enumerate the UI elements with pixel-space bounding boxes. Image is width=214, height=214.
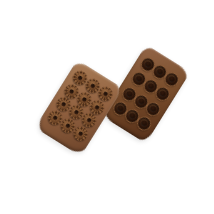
product-photo-chocolate-mould (0, 0, 214, 214)
crown-centre-hole (86, 118, 92, 124)
crown-top-surface (78, 93, 90, 105)
crown-top-surface (82, 114, 94, 126)
crown-top-surface (70, 106, 82, 118)
cavity-pit (137, 97, 145, 105)
cavity-pit (149, 105, 157, 113)
crown-centre-hole (77, 131, 83, 137)
crown-centre-hole (53, 115, 59, 121)
crown-top-surface (87, 80, 99, 92)
crown-grid (35, 60, 123, 156)
cavity-pit (156, 68, 164, 76)
crown-top-surface (49, 112, 61, 124)
cavity-pit (116, 105, 124, 113)
mould-top-side-tray (35, 60, 123, 156)
crown-centre-hole (90, 83, 96, 89)
cavity-pit (158, 90, 166, 98)
crown-centre-hole (73, 110, 79, 116)
crown-centre-hole (103, 91, 109, 97)
crown-centre-hole (82, 96, 88, 102)
crown-top-surface (58, 99, 70, 111)
crown-top-surface (99, 87, 111, 99)
cavity-pit (140, 120, 148, 128)
cavity-pit (168, 75, 176, 83)
cavity-pit (144, 60, 152, 68)
crown-top-surface (74, 72, 86, 84)
cavity-pit (125, 90, 133, 98)
crown-centre-hole (61, 102, 67, 108)
crown-top-surface (91, 101, 103, 113)
crown-centre-hole (78, 75, 84, 81)
cavity-pit (135, 75, 143, 83)
crown-centre-hole (65, 123, 71, 129)
crown-centre-hole (69, 89, 75, 95)
crown-top-surface (66, 85, 78, 97)
crown-top-surface (74, 127, 86, 139)
cavity-pit (147, 82, 155, 90)
crown-centre-hole (94, 104, 100, 110)
cavity-pit (128, 112, 136, 120)
crown-top-surface (62, 120, 74, 132)
